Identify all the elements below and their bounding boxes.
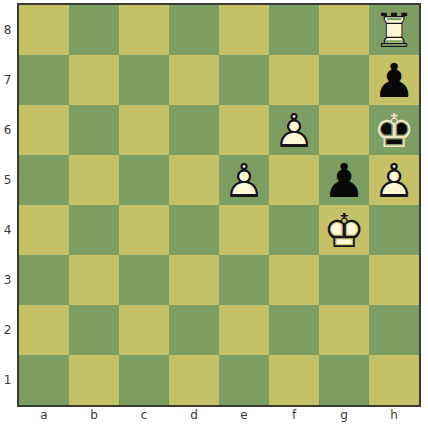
square-f3[interactable] [269, 255, 319, 305]
white-rook-fill: ♜ [369, 5, 419, 55]
file-label-g: g [319, 406, 369, 423]
square-c5[interactable] [119, 155, 169, 205]
square-g6[interactable] [319, 105, 369, 155]
file-label-h: h [369, 406, 419, 423]
square-e1[interactable] [219, 355, 269, 405]
square-d7[interactable] [169, 55, 219, 105]
square-d1[interactable] [169, 355, 219, 405]
white-pawn-outline: ♙ [369, 155, 419, 205]
square-a1[interactable] [19, 355, 69, 405]
white-king-outline: ♔ [319, 205, 369, 255]
square-g7[interactable] [319, 55, 369, 105]
rank-label-7: 7 [0, 55, 15, 105]
white-pawn-outline: ♙ [219, 155, 269, 205]
square-e6[interactable] [219, 105, 269, 155]
square-g4[interactable]: ♚♔ [319, 205, 369, 255]
square-h6[interactable]: ♚♔ [369, 105, 419, 155]
square-h3[interactable] [369, 255, 419, 305]
square-f7[interactable] [269, 55, 319, 105]
chess-board: ♜♖♟♟♙♚♔♟♙♟♟♙♚♔ [19, 5, 419, 405]
square-c1[interactable] [119, 355, 169, 405]
white-pawn-outline: ♙ [269, 105, 319, 155]
file-labels: abcdefgh [19, 406, 419, 423]
square-b8[interactable] [69, 5, 119, 55]
square-e8[interactable] [219, 5, 269, 55]
black-pawn-fill: ♟ [369, 55, 419, 105]
chess-diagram: 87654321 ♜♖♟♟♙♚♔♟♙♟♟♙♚♔ abcdefgh [0, 0, 428, 425]
square-a3[interactable] [19, 255, 69, 305]
square-b1[interactable] [69, 355, 119, 405]
square-b7[interactable] [69, 55, 119, 105]
file-label-f: f [269, 406, 319, 423]
square-h2[interactable] [369, 305, 419, 355]
file-label-b: b [69, 406, 119, 423]
rank-label-6: 6 [0, 105, 15, 155]
square-b3[interactable] [69, 255, 119, 305]
square-c7[interactable] [119, 55, 169, 105]
rank-label-3: 3 [0, 255, 15, 305]
square-g8[interactable] [319, 5, 369, 55]
square-h1[interactable] [369, 355, 419, 405]
file-label-d: d [169, 406, 219, 423]
square-e7[interactable] [219, 55, 269, 105]
square-h5[interactable]: ♟♙ [369, 155, 419, 205]
square-b6[interactable] [69, 105, 119, 155]
file-label-a: a [19, 406, 69, 423]
rank-label-8: 8 [0, 5, 15, 55]
black-king-fill: ♚ [369, 105, 419, 155]
white-rook-outline: ♖ [369, 5, 419, 55]
rank-label-5: 5 [0, 155, 15, 205]
square-f1[interactable] [269, 355, 319, 405]
rank-labels: 87654321 [0, 5, 17, 405]
square-a8[interactable] [19, 5, 69, 55]
square-c8[interactable] [119, 5, 169, 55]
white-pawn-fill: ♟ [219, 155, 269, 205]
square-a6[interactable] [19, 105, 69, 155]
square-d3[interactable] [169, 255, 219, 305]
square-a7[interactable] [19, 55, 69, 105]
rank-label-2: 2 [0, 305, 15, 355]
board-border: ♜♖♟♟♙♚♔♟♙♟♟♙♚♔ [17, 3, 421, 407]
black-king-outline: ♔ [369, 105, 419, 155]
file-label-c: c [119, 406, 169, 423]
square-c3[interactable] [119, 255, 169, 305]
rank-label-4: 4 [0, 205, 15, 255]
square-h4[interactable] [369, 205, 419, 255]
square-g5[interactable]: ♟ [319, 155, 369, 205]
square-h7[interactable]: ♟ [369, 55, 419, 105]
square-e2[interactable] [219, 305, 269, 355]
square-d5[interactable] [169, 155, 219, 205]
white-king-fill: ♚ [319, 205, 369, 255]
file-label-e: e [219, 406, 269, 423]
square-b4[interactable] [69, 205, 119, 255]
square-g3[interactable] [319, 255, 369, 305]
square-f5[interactable] [269, 155, 319, 205]
square-g1[interactable] [319, 355, 369, 405]
square-d6[interactable] [169, 105, 219, 155]
square-c6[interactable] [119, 105, 169, 155]
square-f6[interactable]: ♟♙ [269, 105, 319, 155]
square-g2[interactable] [319, 305, 369, 355]
rank-label-1: 1 [0, 355, 15, 405]
square-b2[interactable] [69, 305, 119, 355]
square-e4[interactable] [219, 205, 269, 255]
black-pawn-fill: ♟ [319, 155, 369, 205]
square-a2[interactable] [19, 305, 69, 355]
square-d2[interactable] [169, 305, 219, 355]
square-h8[interactable]: ♜♖ [369, 5, 419, 55]
square-e5[interactable]: ♟♙ [219, 155, 269, 205]
white-pawn-fill: ♟ [369, 155, 419, 205]
square-d8[interactable] [169, 5, 219, 55]
white-pawn-fill: ♟ [269, 105, 319, 155]
square-c2[interactable] [119, 305, 169, 355]
square-d4[interactable] [169, 205, 219, 255]
square-b5[interactable] [69, 155, 119, 205]
square-f4[interactable] [269, 205, 319, 255]
square-a4[interactable] [19, 205, 69, 255]
square-c4[interactable] [119, 205, 169, 255]
square-a5[interactable] [19, 155, 69, 205]
square-f8[interactable] [269, 5, 319, 55]
square-e3[interactable] [219, 255, 269, 305]
square-f2[interactable] [269, 305, 319, 355]
